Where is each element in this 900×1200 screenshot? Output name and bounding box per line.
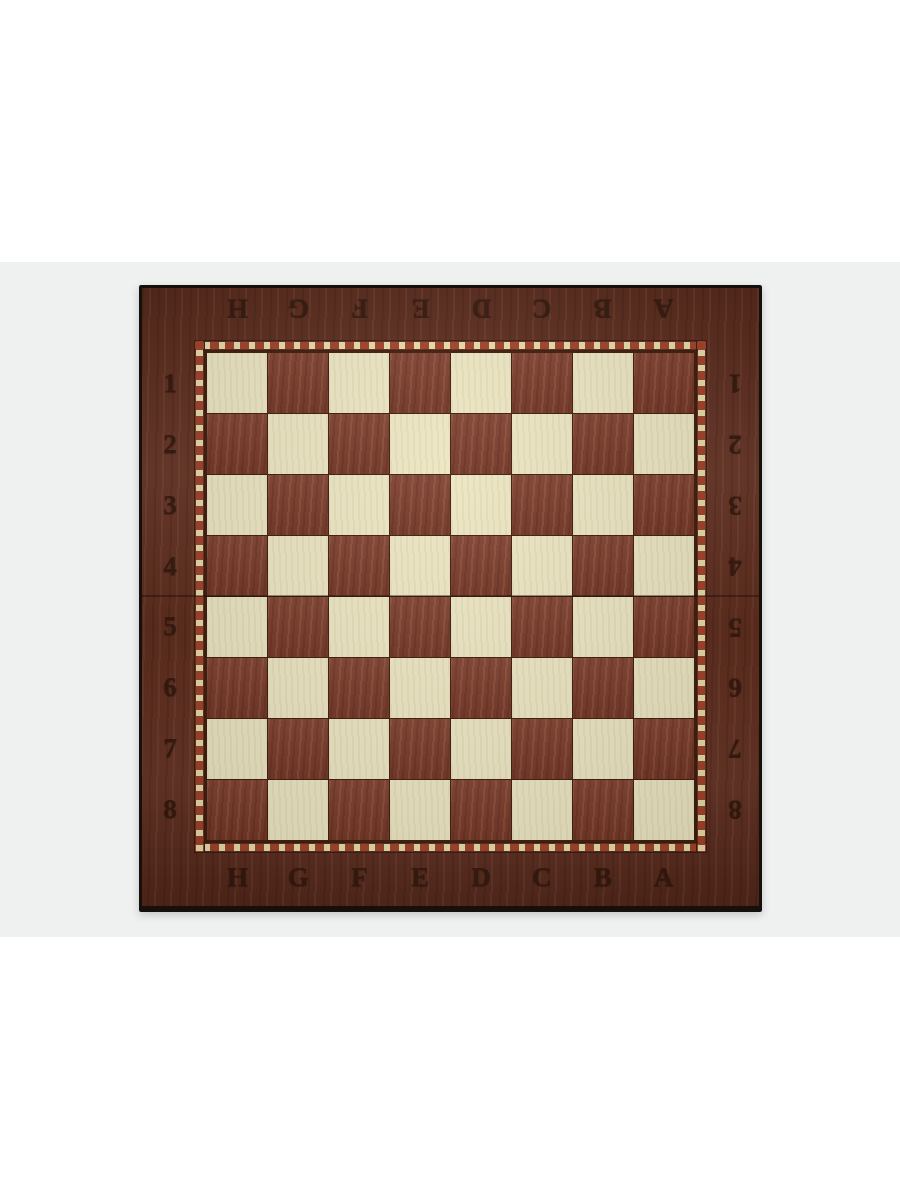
file-label-bottom-g: G: [268, 854, 329, 900]
file-label-top-d: D: [451, 288, 512, 330]
square-g2[interactable]: [268, 414, 328, 474]
square-a5[interactable]: [634, 597, 694, 657]
square-e2[interactable]: [390, 414, 450, 474]
square-e7[interactable]: [390, 719, 450, 779]
square-g8[interactable]: [268, 780, 328, 840]
square-d2[interactable]: [451, 414, 511, 474]
file-label-bottom-d: D: [451, 854, 512, 900]
file-labels-bottom: HGFEDCBA: [207, 854, 694, 900]
square-a7[interactable]: [634, 719, 694, 779]
square-h7[interactable]: [207, 719, 267, 779]
square-f2[interactable]: [329, 414, 389, 474]
chess-board: HGFEDCBA HGFEDCBA 12345678 12345678: [139, 285, 762, 912]
square-c8[interactable]: [512, 780, 572, 840]
file-label-top-f: F: [329, 288, 390, 330]
square-g5[interactable]: [268, 597, 328, 657]
square-g3[interactable]: [268, 475, 328, 535]
rank-label-right-7: 7: [713, 718, 757, 779]
square-f3[interactable]: [329, 475, 389, 535]
rank-label-right-5: 5: [713, 597, 757, 658]
square-a4[interactable]: [634, 536, 694, 596]
file-label-bottom-f: F: [329, 854, 390, 900]
square-a2[interactable]: [634, 414, 694, 474]
square-d4[interactable]: [451, 536, 511, 596]
square-d1[interactable]: [451, 353, 511, 413]
square-b8[interactable]: [573, 780, 633, 840]
rank-label-left-5: 5: [148, 597, 192, 658]
square-b2[interactable]: [573, 414, 633, 474]
square-c1[interactable]: [512, 353, 572, 413]
rank-label-left-1: 1: [148, 353, 192, 414]
file-label-top-h: H: [207, 288, 268, 330]
square-c4[interactable]: [512, 536, 572, 596]
square-h8[interactable]: [207, 780, 267, 840]
square-f5[interactable]: [329, 597, 389, 657]
file-label-bottom-h: H: [207, 854, 268, 900]
square-b1[interactable]: [573, 353, 633, 413]
square-c5[interactable]: [512, 597, 572, 657]
file-labels-top: HGFEDCBA: [207, 288, 694, 330]
square-e6[interactable]: [390, 658, 450, 718]
square-h1[interactable]: [207, 353, 267, 413]
rank-label-left-8: 8: [148, 779, 192, 840]
square-b6[interactable]: [573, 658, 633, 718]
square-e1[interactable]: [390, 353, 450, 413]
square-b7[interactable]: [573, 719, 633, 779]
square-f8[interactable]: [329, 780, 389, 840]
rank-label-left-4: 4: [148, 536, 192, 597]
file-label-top-a: A: [633, 288, 694, 330]
file-label-top-c: C: [511, 288, 572, 330]
square-b3[interactable]: [573, 475, 633, 535]
square-h3[interactable]: [207, 475, 267, 535]
rank-label-right-4: 4: [713, 536, 757, 597]
rank-label-right-6: 6: [713, 657, 757, 718]
square-f7[interactable]: [329, 719, 389, 779]
square-c2[interactable]: [512, 414, 572, 474]
square-c7[interactable]: [512, 719, 572, 779]
square-d3[interactable]: [451, 475, 511, 535]
rank-label-right-1: 1: [713, 353, 757, 414]
square-e3[interactable]: [390, 475, 450, 535]
square-b5[interactable]: [573, 597, 633, 657]
board-frame: HGFEDCBA HGFEDCBA 12345678 12345678: [142, 288, 759, 906]
rank-label-right-3: 3: [713, 475, 757, 536]
square-h2[interactable]: [207, 414, 267, 474]
square-f4[interactable]: [329, 536, 389, 596]
square-h4[interactable]: [207, 536, 267, 596]
file-label-bottom-b: B: [572, 854, 633, 900]
square-c3[interactable]: [512, 475, 572, 535]
file-label-top-g: G: [268, 288, 329, 330]
square-c6[interactable]: [512, 658, 572, 718]
square-d6[interactable]: [451, 658, 511, 718]
square-g4[interactable]: [268, 536, 328, 596]
square-e5[interactable]: [390, 597, 450, 657]
rank-label-right-2: 2: [713, 414, 757, 475]
square-d7[interactable]: [451, 719, 511, 779]
square-h6[interactable]: [207, 658, 267, 718]
file-label-bottom-a: A: [633, 854, 694, 900]
square-g6[interactable]: [268, 658, 328, 718]
square-a6[interactable]: [634, 658, 694, 718]
square-d5[interactable]: [451, 597, 511, 657]
file-label-top-b: B: [572, 288, 633, 330]
rank-label-left-6: 6: [148, 657, 192, 718]
square-a3[interactable]: [634, 475, 694, 535]
rank-label-left-2: 2: [148, 414, 192, 475]
product-photo-page: HGFEDCBA HGFEDCBA 12345678 12345678: [0, 0, 900, 1200]
square-e8[interactable]: [390, 780, 450, 840]
square-a8[interactable]: [634, 780, 694, 840]
square-g1[interactable]: [268, 353, 328, 413]
square-d8[interactable]: [451, 780, 511, 840]
square-f1[interactable]: [329, 353, 389, 413]
fold-seam: [142, 595, 759, 597]
square-e4[interactable]: [390, 536, 450, 596]
square-g7[interactable]: [268, 719, 328, 779]
square-b4[interactable]: [573, 536, 633, 596]
decorative-border-top: [194, 340, 707, 351]
file-label-top-e: E: [390, 288, 451, 330]
square-h5[interactable]: [207, 597, 267, 657]
rank-label-left-3: 3: [148, 475, 192, 536]
rank-label-left-7: 7: [148, 718, 192, 779]
rank-label-right-8: 8: [713, 779, 757, 840]
file-label-bottom-c: C: [511, 854, 572, 900]
decorative-border-bottom: [194, 842, 707, 853]
square-f6[interactable]: [329, 658, 389, 718]
file-label-bottom-e: E: [390, 854, 451, 900]
square-a1[interactable]: [634, 353, 694, 413]
